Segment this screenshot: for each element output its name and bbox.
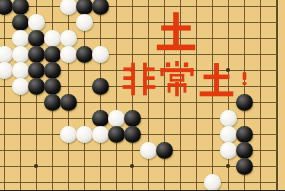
stone-black[interactable]	[44, 78, 61, 95]
stone-white[interactable]	[60, 30, 77, 47]
stone-white[interactable]	[12, 46, 29, 63]
stone-black[interactable]	[92, 110, 109, 127]
stone-black[interactable]	[76, 0, 93, 15]
grid-vline	[100, 0, 101, 190]
caption-char-fei	[122, 59, 156, 99]
stone-white[interactable]	[44, 30, 61, 47]
stone-black[interactable]	[28, 78, 45, 95]
stone-white[interactable]	[76, 126, 93, 143]
caption-char-exclaim	[238, 58, 251, 99]
stone-black[interactable]	[236, 126, 253, 143]
grid-vline	[196, 0, 197, 190]
stone-white[interactable]	[12, 30, 29, 47]
stone-white[interactable]	[220, 110, 237, 127]
stone-white[interactable]	[28, 14, 45, 31]
star-point	[130, 164, 134, 168]
stone-black[interactable]	[28, 46, 45, 63]
stone-white[interactable]	[60, 46, 77, 63]
stone-black[interactable]	[0, 0, 13, 15]
stone-black[interactable]	[12, 14, 29, 31]
stone-black[interactable]	[124, 110, 141, 127]
stone-white[interactable]	[204, 174, 221, 191]
grid-vline	[4, 0, 5, 190]
stone-black[interactable]	[92, 78, 109, 95]
stone-white[interactable]	[0, 62, 13, 79]
stone-black[interactable]	[44, 62, 61, 79]
star-point	[34, 164, 38, 168]
stone-black[interactable]	[44, 94, 61, 111]
stone-black[interactable]	[28, 30, 45, 47]
stone-black[interactable]	[12, 0, 29, 15]
stone-white[interactable]	[0, 46, 13, 63]
stone-black[interactable]	[124, 126, 141, 143]
grid-vline	[276, 0, 278, 190]
grid-hline	[0, 182, 277, 183]
stone-white[interactable]	[60, 126, 77, 143]
stone-white[interactable]	[12, 78, 29, 95]
stone-white[interactable]	[220, 142, 237, 159]
stone-white[interactable]	[92, 46, 109, 63]
stone-black[interactable]	[76, 46, 93, 63]
stone-white[interactable]	[140, 142, 157, 159]
stone-black[interactable]	[44, 46, 61, 63]
stone-black[interactable]	[108, 126, 125, 143]
grid-vline	[260, 0, 261, 190]
stone-black[interactable]	[28, 62, 45, 79]
caption-char-chang	[159, 58, 195, 100]
stone-white[interactable]	[60, 0, 77, 15]
stone-black[interactable]	[92, 0, 109, 15]
stone-white[interactable]	[92, 126, 109, 143]
grid-vline	[116, 0, 117, 190]
stone-black[interactable]	[156, 142, 173, 159]
stone-black[interactable]	[60, 94, 77, 111]
stone-white[interactable]	[108, 110, 125, 127]
caption-char-tu-small	[199, 60, 234, 99]
go-board: 土 非常土!	[0, 0, 285, 190]
caption-char-tu-big	[156, 7, 196, 55]
stone-white[interactable]	[220, 126, 237, 143]
stone-black[interactable]	[236, 158, 253, 175]
grid-hline	[0, 6, 277, 7]
star-point	[226, 164, 230, 168]
stone-white[interactable]	[76, 14, 93, 31]
stone-white[interactable]	[12, 62, 29, 79]
stone-black[interactable]	[236, 142, 253, 159]
